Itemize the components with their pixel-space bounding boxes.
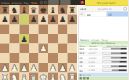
square-h2[interactable]: ♟ xyxy=(67,63,77,73)
black-bishop-f8[interactable]: ♝ xyxy=(49,5,56,15)
white-pawn-d2[interactable]: ♟ xyxy=(30,63,37,73)
square-e8[interactable]: ♚ xyxy=(39,5,49,15)
square-e3[interactable] xyxy=(39,53,49,63)
sidebar-panel: +0.3 Stockfish 15 1. e4 c5 MastersLiches… xyxy=(78,6,128,80)
draws-segment xyxy=(111,48,121,50)
square-e4[interactable]: ♟ xyxy=(39,44,49,54)
square-g4[interactable] xyxy=(58,44,68,54)
square-g5[interactable] xyxy=(58,34,68,44)
square-e7[interactable]: ♟ xyxy=(39,15,49,25)
move-black-active[interactable]: c5 xyxy=(107,12,128,17)
black-queen-d8[interactable]: ♛ xyxy=(30,5,37,15)
square-b5[interactable] xyxy=(10,34,20,44)
square-d8[interactable]: ♛ xyxy=(29,5,39,15)
black-wins-segment xyxy=(119,65,127,67)
white-pawn-c2[interactable]: ♟ xyxy=(20,63,27,73)
square-h1[interactable]: ♜ xyxy=(67,72,77,80)
white-pawn-b2[interactable]: ♟ xyxy=(11,63,18,73)
navbar-menu: lichessAnalysisPlayTools xyxy=(1,1,37,4)
square-g6[interactable] xyxy=(58,24,68,34)
white-pawn-g2[interactable]: ♟ xyxy=(59,63,66,73)
explorer-games-count: 264,592 xyxy=(89,48,103,51)
win-draw-loss-bar xyxy=(103,61,128,64)
white-wins-segment xyxy=(103,48,111,50)
draws-segment xyxy=(111,57,121,59)
explorer-games-count: 6,315 xyxy=(89,61,103,64)
search-icon[interactable] xyxy=(40,1,43,4)
square-d6[interactable] xyxy=(29,24,39,34)
square-c4[interactable] xyxy=(19,44,29,54)
square-a7[interactable]: ♟ xyxy=(0,15,10,25)
black-pawn-e7[interactable]: ♟ xyxy=(40,15,47,25)
black-pawn-g7[interactable]: ♟ xyxy=(59,15,66,25)
black-pawn-b7[interactable]: ♟ xyxy=(11,15,18,25)
chess-board[interactable]: ♜♞♝♛♚♝♞♜♟♟♟♟♟♟♟♟♟♟♟♟♟♟♟♟♜♞♝♛♚♝♞♜ xyxy=(0,5,77,80)
square-h4[interactable] xyxy=(67,44,77,54)
square-c1[interactable]: ♝ xyxy=(19,72,29,80)
explorer-games-count: 12,654 xyxy=(89,56,103,59)
flip-board-icon[interactable] xyxy=(80,77,83,79)
square-a6[interactable] xyxy=(0,24,10,34)
square-h7[interactable]: ♟ xyxy=(67,15,77,25)
nav-item-lichess[interactable]: lichess xyxy=(1,1,9,4)
square-a3[interactable] xyxy=(0,53,10,63)
black-wins-segment xyxy=(120,48,126,50)
square-f3[interactable] xyxy=(48,53,58,63)
chess-analysis-page: lichessAnalysisPlayTools 1 It's your tur… xyxy=(0,0,128,80)
explorer-footer-bar xyxy=(79,76,129,80)
black-pawn-f7[interactable]: ♟ xyxy=(49,15,56,25)
black-wins-segment xyxy=(121,52,127,54)
square-f2[interactable]: ♟ xyxy=(48,63,58,73)
square-c5[interactable]: ♟ xyxy=(19,34,29,44)
square-d5[interactable] xyxy=(29,34,39,44)
square-g2[interactable]: ♟ xyxy=(58,63,68,73)
square-d4[interactable] xyxy=(29,44,39,54)
white-wins-segment xyxy=(103,65,111,67)
square-f5[interactable] xyxy=(48,34,58,44)
book-icon[interactable] xyxy=(83,77,86,79)
draws-segment xyxy=(112,61,120,63)
explorer-games-count: 33,847 xyxy=(89,52,103,55)
square-a1[interactable]: ♜ xyxy=(0,72,10,80)
black-bishop-c8[interactable]: ♝ xyxy=(20,5,27,15)
square-b1[interactable]: ♞ xyxy=(10,72,20,80)
white-wins-segment xyxy=(103,52,111,54)
move-white[interactable]: e4 xyxy=(85,12,106,17)
square-a5[interactable] xyxy=(0,34,10,44)
nav-item-analysis[interactable]: Analysis xyxy=(11,1,21,4)
explorer-move: c3 xyxy=(79,56,89,59)
square-b3[interactable] xyxy=(10,53,20,63)
square-h3[interactable] xyxy=(67,53,77,63)
draws-segment xyxy=(111,52,121,54)
square-c8[interactable]: ♝ xyxy=(19,5,29,15)
move-number: 1. xyxy=(79,12,86,17)
square-f6[interactable] xyxy=(48,24,58,34)
white-pawn-e4[interactable]: ♟ xyxy=(40,44,47,54)
square-d1[interactable]: ♛ xyxy=(29,72,39,80)
white-wins-segment xyxy=(103,61,112,63)
black-wins-segment xyxy=(121,57,127,59)
white-king-e1[interactable]: ♚ xyxy=(40,72,47,80)
square-f8[interactable]: ♝ xyxy=(48,5,58,15)
white-bishop-c1[interactable]: ♝ xyxy=(20,72,27,80)
white-queen-d1[interactable]: ♛ xyxy=(30,72,37,80)
win-draw-loss-bar xyxy=(103,52,128,55)
black-king-e8[interactable]: ♚ xyxy=(40,5,47,15)
white-wins-segment xyxy=(103,70,112,72)
square-f4[interactable] xyxy=(48,44,58,54)
square-e5[interactable] xyxy=(39,34,49,44)
square-f7[interactable]: ♟ xyxy=(48,15,58,25)
square-b8[interactable]: ♞ xyxy=(10,5,20,15)
square-h6[interactable] xyxy=(67,24,77,34)
square-e6[interactable] xyxy=(39,24,49,34)
square-c7[interactable] xyxy=(19,15,29,25)
square-f1[interactable]: ♝ xyxy=(48,72,58,80)
black-pawn-a7[interactable]: ♟ xyxy=(1,15,8,25)
square-d2[interactable]: ♟ xyxy=(29,63,39,73)
bell-icon[interactable] xyxy=(44,1,47,4)
explorer-move: f4 xyxy=(79,65,89,68)
square-c2[interactable]: ♟ xyxy=(19,63,29,73)
black-wins-segment xyxy=(119,61,126,63)
black-pawn-d7[interactable]: ♟ xyxy=(30,15,37,25)
square-g8[interactable]: ♞ xyxy=(58,5,68,15)
banner-text: It's your turn! xyxy=(97,1,116,4)
notification-badge[interactable]: 1 xyxy=(81,1,84,4)
black-pawn-c5[interactable]: ♟ xyxy=(20,34,27,44)
square-b2[interactable]: ♟ xyxy=(10,63,20,73)
explorer-move: Nf3 xyxy=(79,47,89,50)
square-a4[interactable] xyxy=(0,44,10,54)
black-knight-g8[interactable]: ♞ xyxy=(59,5,66,15)
white-knight-b1[interactable]: ♞ xyxy=(11,72,18,80)
nav-item-play[interactable]: Play xyxy=(24,1,29,4)
black-rook-h8[interactable]: ♜ xyxy=(69,5,76,15)
square-b7[interactable]: ♟ xyxy=(10,15,20,25)
settings-gear-icon[interactable] xyxy=(124,7,128,11)
white-rook-h1[interactable]: ♜ xyxy=(69,72,76,80)
square-a8[interactable]: ♜ xyxy=(0,5,10,15)
square-g7[interactable]: ♟ xyxy=(58,15,68,25)
square-c3[interactable] xyxy=(19,53,29,63)
square-a2[interactable]: ♟ xyxy=(0,63,10,73)
screenshot-viewport: lichessAnalysisPlayTools 1 It's your tur… xyxy=(0,0,128,80)
square-e2[interactable] xyxy=(39,63,49,73)
square-d7[interactable]: ♟ xyxy=(29,15,39,25)
explorer-games-count: 3,042 xyxy=(89,65,103,68)
black-knight-b8[interactable]: ♞ xyxy=(11,5,18,15)
square-d3[interactable] xyxy=(29,53,39,63)
white-knight-g1[interactable]: ♞ xyxy=(59,72,66,80)
win-draw-loss-bar xyxy=(103,69,128,72)
square-c6[interactable] xyxy=(19,24,29,34)
white-pawn-f2[interactable]: ♟ xyxy=(49,63,56,73)
white-bishop-f1[interactable]: ♝ xyxy=(49,72,56,80)
draws-segment xyxy=(111,65,119,67)
square-h8[interactable]: ♜ xyxy=(67,5,77,15)
square-b4[interactable] xyxy=(10,44,20,54)
white-pawn-a2[interactable]: ♟ xyxy=(1,63,8,73)
win-draw-loss-bar xyxy=(103,65,128,68)
explorer-move: Nc3 xyxy=(79,52,89,55)
square-e1[interactable]: ♚ xyxy=(39,72,49,80)
engine-name: Stockfish 15 xyxy=(87,7,122,10)
move-list-empty-area xyxy=(79,17,129,38)
white-rook-a1[interactable]: ♜ xyxy=(1,72,8,80)
square-g1[interactable]: ♞ xyxy=(58,72,68,80)
white-wins-segment xyxy=(103,57,111,59)
white-pawn-h2[interactable]: ♟ xyxy=(69,63,76,73)
engine-eval: +0.3 xyxy=(80,7,87,10)
square-h5[interactable] xyxy=(67,34,77,44)
win-draw-loss-bar xyxy=(103,56,128,59)
black-pawn-h7[interactable]: ♟ xyxy=(69,15,76,25)
explorer-move: d4 xyxy=(79,60,89,63)
explorer-games-count: 1,189 xyxy=(89,69,103,72)
black-rook-a8[interactable]: ♜ xyxy=(1,5,8,15)
square-g3[interactable] xyxy=(58,53,68,63)
nav-item-tools[interactable]: Tools xyxy=(31,1,37,4)
square-b6[interactable] xyxy=(10,24,20,34)
win-draw-loss-bar xyxy=(103,48,128,51)
black-wins-segment xyxy=(118,70,126,72)
share-icon[interactable] xyxy=(87,77,90,79)
